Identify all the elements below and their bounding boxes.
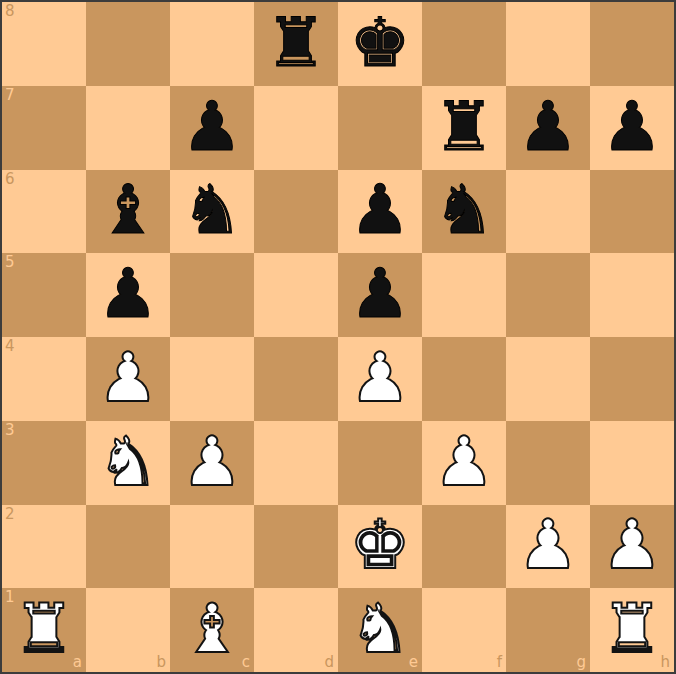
- coordinate-file-d: d: [324, 655, 334, 670]
- square-g3[interactable]: [506, 421, 590, 505]
- square-e1[interactable]: ♞e: [338, 588, 422, 672]
- black-pawn[interactable]: ♟: [602, 93, 663, 161]
- square-b7[interactable]: [86, 86, 170, 170]
- white-bishop[interactable]: ♝: [182, 595, 243, 663]
- square-h7[interactable]: ♟: [590, 86, 674, 170]
- black-knight[interactable]: ♞: [182, 176, 243, 244]
- square-c6[interactable]: ♞: [170, 170, 254, 254]
- black-pawn[interactable]: ♟: [98, 260, 159, 328]
- coordinate-file-b: b: [156, 655, 166, 670]
- black-bishop[interactable]: ♝: [98, 176, 159, 244]
- square-d1[interactable]: d: [254, 588, 338, 672]
- square-e2[interactable]: ♚: [338, 505, 422, 589]
- square-g5[interactable]: [506, 253, 590, 337]
- coordinate-rank-3: 3: [5, 423, 15, 438]
- square-b8[interactable]: [86, 2, 170, 86]
- square-f1[interactable]: f: [422, 588, 506, 672]
- square-g2[interactable]: ♟: [506, 505, 590, 589]
- square-e3[interactable]: [338, 421, 422, 505]
- square-c3[interactable]: ♟: [170, 421, 254, 505]
- white-pawn[interactable]: ♟: [182, 428, 243, 496]
- coordinate-rank-2: 2: [5, 507, 15, 522]
- square-g6[interactable]: [506, 170, 590, 254]
- square-a4[interactable]: 4: [2, 337, 86, 421]
- square-b4[interactable]: ♟: [86, 337, 170, 421]
- square-e6[interactable]: ♟: [338, 170, 422, 254]
- square-f6[interactable]: ♞: [422, 170, 506, 254]
- coordinate-file-h: h: [660, 655, 670, 670]
- coordinate-rank-7: 7: [5, 88, 15, 103]
- white-pawn[interactable]: ♟: [98, 344, 159, 412]
- square-d7[interactable]: [254, 86, 338, 170]
- square-a7[interactable]: 7: [2, 86, 86, 170]
- square-c5[interactable]: [170, 253, 254, 337]
- black-pawn[interactable]: ♟: [350, 176, 411, 244]
- square-e4[interactable]: ♟: [338, 337, 422, 421]
- square-b2[interactable]: [86, 505, 170, 589]
- square-c1[interactable]: ♝c: [170, 588, 254, 672]
- square-a6[interactable]: 6: [2, 170, 86, 254]
- coordinate-rank-6: 6: [5, 172, 15, 187]
- square-a3[interactable]: 3: [2, 421, 86, 505]
- black-knight[interactable]: ♞: [434, 176, 495, 244]
- white-rook[interactable]: ♜: [602, 595, 663, 663]
- square-h2[interactable]: ♟: [590, 505, 674, 589]
- coordinate-file-g: g: [576, 655, 586, 670]
- square-b3[interactable]: ♞: [86, 421, 170, 505]
- coordinate-file-c: c: [242, 655, 250, 670]
- coordinate-file-a: a: [73, 655, 82, 670]
- square-c7[interactable]: ♟: [170, 86, 254, 170]
- square-h1[interactable]: ♜h: [590, 588, 674, 672]
- coordinate-rank-8: 8: [5, 4, 15, 19]
- square-g4[interactable]: [506, 337, 590, 421]
- square-a8[interactable]: 8: [2, 2, 86, 86]
- black-pawn[interactable]: ♟: [518, 93, 579, 161]
- chess-board: 8♜♚7♟♜♟♟6♝♞♟♞5♟♟4♟♟3♞♟♟2♚♟♟♜1ab♝cd♞efg♜h: [2, 2, 674, 672]
- coordinate-rank-1: 1: [5, 590, 15, 605]
- coordinate-file-e: e: [409, 655, 418, 670]
- black-rook[interactable]: ♜: [434, 93, 495, 161]
- white-knight[interactable]: ♞: [350, 595, 411, 663]
- coordinate-rank-4: 4: [5, 339, 15, 354]
- coordinate-rank-5: 5: [5, 255, 15, 270]
- square-h8[interactable]: [590, 2, 674, 86]
- square-d3[interactable]: [254, 421, 338, 505]
- white-knight[interactable]: ♞: [98, 428, 159, 496]
- square-f8[interactable]: [422, 2, 506, 86]
- coordinate-file-f: f: [497, 655, 502, 670]
- square-h3[interactable]: [590, 421, 674, 505]
- square-d8[interactable]: ♜: [254, 2, 338, 86]
- white-pawn[interactable]: ♟: [434, 428, 495, 496]
- white-king[interactable]: ♚: [350, 511, 411, 579]
- black-rook[interactable]: ♜: [266, 9, 327, 77]
- square-h4[interactable]: [590, 337, 674, 421]
- white-pawn[interactable]: ♟: [518, 511, 579, 579]
- square-e8[interactable]: ♚: [338, 2, 422, 86]
- square-g7[interactable]: ♟: [506, 86, 590, 170]
- white-rook[interactable]: ♜: [14, 595, 75, 663]
- black-king[interactable]: ♚: [350, 9, 411, 77]
- square-f4[interactable]: [422, 337, 506, 421]
- square-g8[interactable]: [506, 2, 590, 86]
- square-e7[interactable]: [338, 86, 422, 170]
- square-a1[interactable]: ♜1a: [2, 588, 86, 672]
- square-a2[interactable]: 2: [2, 505, 86, 589]
- square-c4[interactable]: [170, 337, 254, 421]
- square-b5[interactable]: ♟: [86, 253, 170, 337]
- square-h5[interactable]: [590, 253, 674, 337]
- square-b6[interactable]: ♝: [86, 170, 170, 254]
- square-h6[interactable]: [590, 170, 674, 254]
- square-f7[interactable]: ♜: [422, 86, 506, 170]
- board-frame: 8♜♚7♟♜♟♟6♝♞♟♞5♟♟4♟♟3♞♟♟2♚♟♟♜1ab♝cd♞efg♜h: [0, 0, 676, 674]
- square-e5[interactable]: ♟: [338, 253, 422, 337]
- square-c8[interactable]: [170, 2, 254, 86]
- square-d2[interactable]: [254, 505, 338, 589]
- square-d4[interactable]: [254, 337, 338, 421]
- black-pawn[interactable]: ♟: [182, 93, 243, 161]
- square-f3[interactable]: ♟: [422, 421, 506, 505]
- square-d6[interactable]: [254, 170, 338, 254]
- white-pawn[interactable]: ♟: [602, 511, 663, 579]
- white-pawn[interactable]: ♟: [350, 344, 411, 412]
- square-b1[interactable]: b: [86, 588, 170, 672]
- square-c2[interactable]: [170, 505, 254, 589]
- square-f5[interactable]: [422, 253, 506, 337]
- black-pawn[interactable]: ♟: [350, 260, 411, 328]
- square-g1[interactable]: g: [506, 588, 590, 672]
- square-d5[interactable]: [254, 253, 338, 337]
- square-a5[interactable]: 5: [2, 253, 86, 337]
- square-f2[interactable]: [422, 505, 506, 589]
